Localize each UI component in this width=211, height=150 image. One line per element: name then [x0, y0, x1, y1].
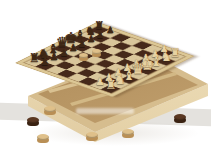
checker-top: [92, 49, 101, 54]
dark-chess-piece-p: ♟: [78, 39, 86, 48]
light-checker-piece: [92, 49, 101, 59]
dark-chess-piece-p: ♟: [69, 44, 78, 54]
light-chess-piece-r: ♜: [105, 78, 116, 91]
light-checker-piece: [86, 132, 98, 144]
checker-top: [79, 53, 88, 58]
checker-top: [122, 129, 134, 135]
checker-top: [86, 132, 98, 138]
dark-checker-piece: [174, 114, 186, 126]
light-checker-piece: [79, 53, 88, 63]
dark-chess-piece-p: ♟: [106, 26, 114, 35]
checker-top: [44, 106, 56, 112]
light-checker-piece: [44, 106, 56, 118]
dark-chess-piece-p: ♟: [87, 35, 95, 44]
light-chess-piece-p: ♟: [95, 76, 104, 87]
dark-checker-piece: [27, 117, 39, 129]
checker-top: [174, 114, 186, 120]
product-photo-scene: ♜♞♝♛♚♝♞♜♟♟♟♟♟♟♟♟♟♟♟♟♟♟♟♟♜♞♝♛♚♝♞♜: [0, 0, 211, 150]
light-checker-piece: [122, 129, 134, 141]
dark-chess-piece-r: ♜: [29, 52, 40, 64]
watermark-blur: [76, 108, 134, 114]
dark-chess-piece-p: ♟: [59, 49, 68, 59]
dark-chess-piece-p: ♟: [96, 30, 104, 39]
checker-top: [37, 134, 49, 140]
checker-top: [27, 117, 39, 123]
dark-chess-piece-p: ♟: [41, 58, 50, 68]
light-checker-piece: [37, 134, 49, 146]
dark-chess-piece-p: ♟: [50, 53, 59, 63]
